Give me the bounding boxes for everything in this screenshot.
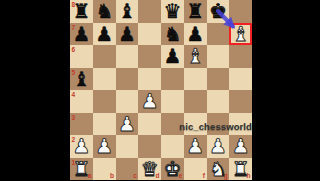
square-a5[interactable]: 5♝ (70, 68, 93, 91)
black-pawn: ♟ (116, 23, 139, 46)
square-c8[interactable]: ♝ (116, 0, 139, 23)
square-f1[interactable]: f (184, 158, 207, 181)
square-a1[interactable]: 1a♜ (70, 158, 93, 181)
square-h2[interactable]: ♟ (229, 135, 252, 158)
square-d8[interactable] (138, 0, 161, 23)
chess-board: 8♜♞♝♛♜♚7♟♟♟♞♟♝6♟♝5♝4♟3♟2♟♟♟♟♟1a♜bcd♛e♚fg… (70, 0, 252, 180)
square-e2[interactable] (161, 135, 184, 158)
square-a3[interactable]: 3 (70, 113, 93, 136)
white-pawn: ♟ (116, 113, 139, 136)
square-a4[interactable]: 4 (70, 90, 93, 113)
rank-label-2: 2 (72, 136, 76, 143)
rank-label-5: 5 (72, 69, 76, 76)
square-c6[interactable] (116, 45, 139, 68)
square-c3[interactable]: ♟ (116, 113, 139, 136)
square-c1[interactable]: c (116, 158, 139, 181)
square-f4[interactable] (184, 90, 207, 113)
file-label-f: f (203, 172, 205, 179)
square-g6[interactable] (207, 45, 230, 68)
square-d1[interactable]: d♛ (138, 158, 161, 181)
rank-label-4: 4 (72, 91, 76, 98)
white-pawn: ♟ (138, 90, 161, 113)
rank-label-7: 7 (72, 24, 76, 31)
square-d4[interactable]: ♟ (138, 90, 161, 113)
white-pawn: ♟ (184, 135, 207, 158)
watermark-text: nic_chessworld (179, 121, 252, 132)
square-e8[interactable]: ♛ (161, 0, 184, 23)
file-label-a: a (88, 172, 92, 179)
video-frame: 8♜♞♝♛♜♚7♟♟♟♞♟♝6♟♝5♝4♟3♟2♟♟♟♟♟1a♜bcd♛e♚fg… (0, 0, 320, 180)
file-label-d: d (156, 172, 160, 179)
square-c5[interactable] (116, 68, 139, 91)
square-c7[interactable]: ♟ (116, 23, 139, 46)
square-f2[interactable]: ♟ (184, 135, 207, 158)
square-d7[interactable] (138, 23, 161, 46)
rank-label-8: 8 (72, 1, 76, 8)
black-knight: ♞ (93, 0, 116, 23)
square-d3[interactable] (138, 113, 161, 136)
black-bishop: ♝ (116, 0, 139, 23)
white-pawn: ♟ (229, 135, 252, 158)
square-e4[interactable] (161, 90, 184, 113)
square-d5[interactable] (138, 68, 161, 91)
square-d2[interactable] (138, 135, 161, 158)
file-label-h: h (247, 172, 251, 179)
file-label-b: b (110, 172, 114, 179)
square-g2[interactable]: ♟ (207, 135, 230, 158)
square-b2[interactable]: ♟ (93, 135, 116, 158)
square-b3[interactable] (93, 113, 116, 136)
square-a7[interactable]: 7♟ (70, 23, 93, 46)
file-label-g: g (224, 172, 228, 179)
square-h8[interactable] (229, 0, 252, 23)
white-bishop: ♝ (229, 23, 252, 46)
square-e5[interactable] (161, 68, 184, 91)
black-king: ♚ (207, 0, 230, 23)
square-e6[interactable]: ♟ (161, 45, 184, 68)
square-h7[interactable]: ♝ (229, 23, 252, 46)
square-g4[interactable] (207, 90, 230, 113)
square-e7[interactable]: ♞ (161, 23, 184, 46)
square-f7[interactable]: ♟ (184, 23, 207, 46)
rank-label-3: 3 (72, 114, 76, 121)
square-h4[interactable] (229, 90, 252, 113)
square-c4[interactable] (116, 90, 139, 113)
square-h6[interactable] (229, 45, 252, 68)
rank-label-1: 1 (72, 159, 76, 166)
square-g1[interactable]: g♞ (207, 158, 230, 181)
square-b6[interactable] (93, 45, 116, 68)
square-g8[interactable]: ♚ (207, 0, 230, 23)
black-queen: ♛ (161, 0, 184, 23)
square-b7[interactable]: ♟ (93, 23, 116, 46)
white-pawn: ♟ (207, 135, 230, 158)
square-a6[interactable]: 6 (70, 45, 93, 68)
black-rook: ♜ (184, 0, 207, 23)
square-b1[interactable]: b (93, 158, 116, 181)
square-h5[interactable] (229, 68, 252, 91)
square-a2[interactable]: 2♟ (70, 135, 93, 158)
square-c2[interactable] (116, 135, 139, 158)
rank-label-6: 6 (72, 46, 76, 53)
black-pawn: ♟ (93, 23, 116, 46)
square-h1[interactable]: h♜ (229, 158, 252, 181)
white-pawn: ♟ (93, 135, 116, 158)
black-pawn: ♟ (161, 45, 184, 68)
black-pawn: ♟ (184, 23, 207, 46)
square-f5[interactable] (184, 68, 207, 91)
square-g5[interactable] (207, 68, 230, 91)
file-label-e: e (179, 172, 183, 179)
square-d6[interactable] (138, 45, 161, 68)
square-f8[interactable]: ♜ (184, 0, 207, 23)
file-label-c: c (133, 172, 137, 179)
square-f6[interactable]: ♝ (184, 45, 207, 68)
square-b5[interactable] (93, 68, 116, 91)
square-b8[interactable]: ♞ (93, 0, 116, 23)
square-e1[interactable]: e♚ (161, 158, 184, 181)
square-g7[interactable] (207, 23, 230, 46)
square-b4[interactable] (93, 90, 116, 113)
square-a8[interactable]: 8♜ (70, 0, 93, 23)
black-knight: ♞ (161, 23, 184, 46)
white-bishop: ♝ (184, 45, 207, 68)
